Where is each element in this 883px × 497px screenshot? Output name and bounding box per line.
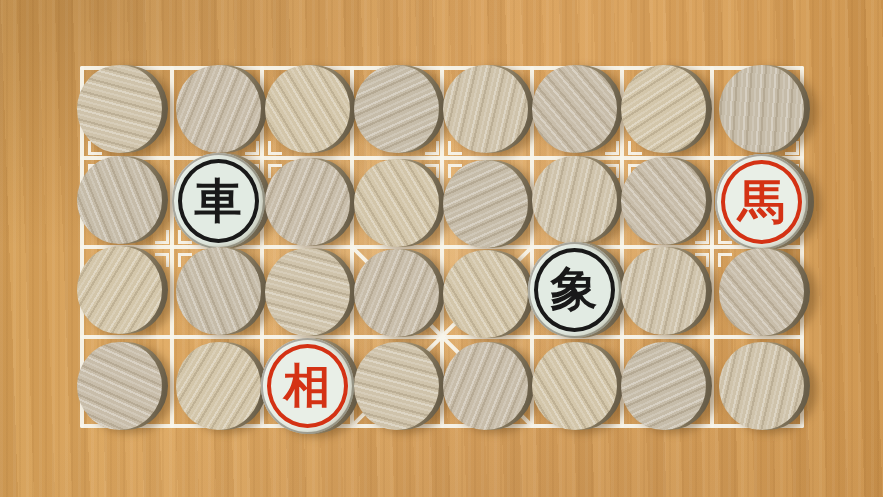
hidden-piece-r2c4[interactable] [356,159,441,247]
disc-wood-face [719,248,804,336]
disc-wood-face [719,342,804,430]
hidden-piece-r3c3[interactable] [267,248,352,336]
disc-wood-face [532,156,617,244]
disc-wood-face [77,246,162,334]
hidden-piece-r3c5[interactable] [445,250,530,338]
hidden-piece-r1c1[interactable] [79,65,164,153]
board-grid-vline [170,66,174,428]
hidden-piece-r1c2[interactable] [178,65,263,153]
disc-wood-face [77,156,162,244]
hidden-piece-r4c4[interactable] [356,342,441,430]
hidden-piece-r1c5[interactable] [445,65,530,153]
disc-wood-face [176,247,261,335]
hidden-piece-r3c7[interactable] [623,247,708,335]
hidden-piece-r2c6[interactable] [534,156,619,244]
hidden-piece-r1c3[interactable] [267,65,352,153]
disc-wood-face [77,65,162,153]
disc-wood-face [621,65,706,153]
disc-wood-face [443,160,528,248]
disc-wood-face [265,248,350,336]
disc-wood-face [443,65,528,153]
hidden-piece-r1c8[interactable] [721,65,806,153]
disc-wood-face [176,65,261,153]
hidden-piece-r3c4[interactable] [356,249,441,337]
hidden-piece-r2c7[interactable] [623,157,708,245]
hidden-piece-r1c7[interactable] [623,65,708,153]
disc-wood-face [532,342,617,430]
disc-wood-face [443,342,528,430]
disc-wood-face [621,342,706,430]
hidden-piece-r4c2[interactable] [178,342,263,430]
black-elephant-glyph: 象 [551,266,598,313]
red-minister-glyph: 相 [284,363,331,410]
hidden-piece-r4c1[interactable] [79,342,164,430]
banqi-game-screen: 車馬象相 [0,0,883,497]
hidden-piece-r2c1[interactable] [79,156,164,244]
red-minister-face: 相 [261,338,354,434]
black-elephant-face: 象 [528,242,621,338]
black-elephant-piece[interactable]: 象 [530,242,623,338]
disc-wood-face [443,250,528,338]
disc-wood-face [354,65,439,153]
point-marker-bracket [155,230,169,244]
black-chariot-glyph: 車 [195,178,242,225]
board-grid-vline [710,66,714,428]
hidden-piece-r4c7[interactable] [623,342,708,430]
disc-wood-face [354,342,439,430]
red-horse-glyph: 馬 [738,179,785,226]
hidden-piece-r4c6[interactable] [534,342,619,430]
disc-wood-face [354,159,439,247]
disc-wood-face [719,65,804,153]
disc-wood-face [265,65,350,153]
banqi-board: 車馬象相 [0,0,883,497]
disc-wood-face [77,342,162,430]
disc-wood-face [621,247,706,335]
disc-wood-face [265,158,350,246]
hidden-piece-r3c1[interactable] [79,246,164,334]
hidden-piece-r4c8[interactable] [721,342,806,430]
disc-wood-face [176,342,261,430]
hidden-piece-r2c5[interactable] [445,160,530,248]
red-horse-piece[interactable]: 馬 [717,154,810,250]
hidden-piece-r3c8[interactable] [721,248,806,336]
red-minister-piece[interactable]: 相 [263,338,356,434]
disc-wood-face [621,157,706,245]
disc-wood-face [354,249,439,337]
hidden-piece-r1c6[interactable] [534,65,619,153]
red-horse-face: 馬 [715,154,808,250]
black-chariot-face: 車 [172,153,265,249]
disc-wood-face [532,65,617,153]
black-chariot-piece[interactable]: 車 [174,153,267,249]
hidden-piece-r1c4[interactable] [356,65,441,153]
hidden-piece-r4c5[interactable] [445,342,530,430]
hidden-piece-r3c2[interactable] [178,247,263,335]
hidden-piece-r2c3[interactable] [267,158,352,246]
